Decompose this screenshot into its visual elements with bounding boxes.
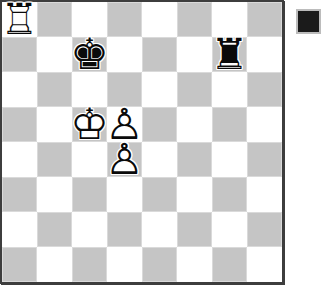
square-h1[interactable]: [247, 247, 282, 282]
square-c3[interactable]: [72, 177, 107, 212]
square-d2[interactable]: [107, 212, 142, 247]
square-d3[interactable]: [107, 177, 142, 212]
square-h2[interactable]: [247, 212, 282, 247]
square-f5[interactable]: [177, 107, 212, 142]
diagram-stage: ♜♖♚♚♜♜♚♔♟♙♟♙: [0, 0, 323, 285]
square-c5[interactable]: ♚♔: [72, 107, 107, 142]
square-g6[interactable]: [212, 72, 247, 107]
chess-board: ♜♖♚♚♜♜♚♔♟♙♟♙: [0, 0, 284, 284]
square-b2[interactable]: [37, 212, 72, 247]
square-a7[interactable]: [2, 37, 37, 72]
square-c4[interactable]: [72, 142, 107, 177]
square-d8[interactable]: [107, 2, 142, 37]
square-e8[interactable]: [142, 2, 177, 37]
square-b3[interactable]: [37, 177, 72, 212]
square-c1[interactable]: [72, 247, 107, 282]
square-b1[interactable]: [37, 247, 72, 282]
square-h8[interactable]: [247, 2, 282, 37]
white-pawn-fill: ♟: [107, 107, 142, 142]
square-e6[interactable]: [142, 72, 177, 107]
square-b8[interactable]: [37, 2, 72, 37]
white-king-fill: ♚: [72, 107, 107, 142]
white-pawn: ♙: [107, 107, 142, 142]
square-e5[interactable]: [142, 107, 177, 142]
square-b5[interactable]: [37, 107, 72, 142]
square-e7[interactable]: [142, 37, 177, 72]
square-a6[interactable]: [2, 72, 37, 107]
square-f3[interactable]: [177, 177, 212, 212]
square-f8[interactable]: [177, 2, 212, 37]
white-pawn: ♙: [107, 142, 142, 177]
square-h4[interactable]: [247, 142, 282, 177]
square-d5[interactable]: ♟♙: [107, 107, 142, 142]
square-c2[interactable]: [72, 212, 107, 247]
square-c6[interactable]: [72, 72, 107, 107]
square-b6[interactable]: [37, 72, 72, 107]
white-rook: ♖: [2, 2, 37, 37]
square-a3[interactable]: [2, 177, 37, 212]
black-king: ♚: [72, 37, 107, 72]
square-g4[interactable]: [212, 142, 247, 177]
square-f7[interactable]: [177, 37, 212, 72]
square-g7[interactable]: ♜♜: [212, 37, 247, 72]
square-h5[interactable]: [247, 107, 282, 142]
square-a5[interactable]: [2, 107, 37, 142]
square-e2[interactable]: [142, 212, 177, 247]
square-h7[interactable]: [247, 37, 282, 72]
square-g1[interactable]: [212, 247, 247, 282]
square-f4[interactable]: [177, 142, 212, 177]
square-a2[interactable]: [2, 212, 37, 247]
square-d7[interactable]: [107, 37, 142, 72]
square-f6[interactable]: [177, 72, 212, 107]
black-rook: ♜: [212, 37, 247, 72]
square-e1[interactable]: [142, 247, 177, 282]
white-pawn-fill: ♟: [107, 142, 142, 177]
square-a4[interactable]: [2, 142, 37, 177]
square-h3[interactable]: [247, 177, 282, 212]
black-king-fill: ♚: [72, 37, 107, 72]
square-g8[interactable]: [212, 2, 247, 37]
black-to-move-indicator: [296, 9, 321, 34]
black-rook-fill: ♜: [212, 37, 247, 72]
square-g2[interactable]: [212, 212, 247, 247]
square-b7[interactable]: [37, 37, 72, 72]
square-g3[interactable]: [212, 177, 247, 212]
square-c8[interactable]: [72, 2, 107, 37]
square-h6[interactable]: [247, 72, 282, 107]
white-rook-fill: ♜: [2, 2, 37, 37]
square-a8[interactable]: ♜♖: [2, 2, 37, 37]
square-g5[interactable]: [212, 107, 247, 142]
square-d1[interactable]: [107, 247, 142, 282]
square-f2[interactable]: [177, 212, 212, 247]
square-f1[interactable]: [177, 247, 212, 282]
square-b4[interactable]: [37, 142, 72, 177]
white-king: ♔: [72, 107, 107, 142]
square-d4[interactable]: ♟♙: [107, 142, 142, 177]
square-a1[interactable]: [2, 247, 37, 282]
square-c7[interactable]: ♚♚: [72, 37, 107, 72]
square-e4[interactable]: [142, 142, 177, 177]
square-e3[interactable]: [142, 177, 177, 212]
square-d6[interactable]: [107, 72, 142, 107]
